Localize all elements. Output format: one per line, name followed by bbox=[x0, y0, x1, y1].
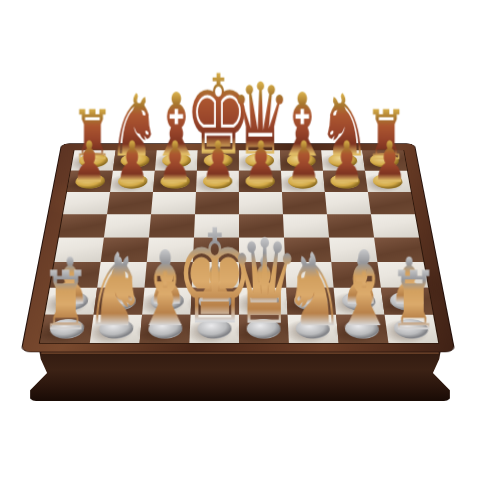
square-d7[interactable]: ♟ bbox=[196, 171, 239, 192]
square-g6[interactable] bbox=[325, 192, 371, 214]
square-c7[interactable]: ♟ bbox=[153, 171, 197, 192]
piece-white-bishop-g1[interactable]: ♝ bbox=[332, 238, 395, 342]
piece-white-rook-a1[interactable]: ♜ bbox=[40, 260, 90, 342]
square-g7[interactable]: ♟ bbox=[323, 171, 368, 192]
chess-set-photo: ♜♞♝♚♛♝♞♜♟♟♟♟♟♟♟♟♟♟♟♟♟♟♟♟♜♞♝♚♛♞♝♜ bbox=[0, 0, 480, 480]
piece-black-pawn-d7[interactable]: ♟ bbox=[200, 134, 235, 191]
square-f7[interactable]: ♟ bbox=[281, 171, 325, 192]
piece-black-pawn-b7[interactable]: ♟ bbox=[114, 134, 149, 191]
piece-black-pawn-c7[interactable]: ♟ bbox=[157, 134, 192, 191]
chess-box-base bbox=[28, 347, 452, 401]
square-b6[interactable] bbox=[107, 192, 153, 214]
square-g1[interactable]: ♝ bbox=[336, 315, 388, 343]
piece-black-pawn-g7[interactable]: ♟ bbox=[329, 134, 364, 191]
square-e1[interactable]: ♛ bbox=[239, 315, 289, 343]
square-h1[interactable]: ♜ bbox=[385, 315, 439, 343]
piece-black-pawn-h7[interactable]: ♟ bbox=[372, 134, 407, 191]
board-grid: ♜♞♝♚♛♝♞♜♟♟♟♟♟♟♟♟♟♟♟♟♟♟♟♟♜♞♝♚♛♞♝♜ bbox=[40, 150, 438, 343]
piece-black-pawn-a7[interactable]: ♟ bbox=[71, 134, 106, 191]
square-a7[interactable]: ♟ bbox=[67, 171, 113, 192]
piece-black-pawn-e7[interactable]: ♟ bbox=[243, 134, 278, 191]
square-f6[interactable] bbox=[282, 192, 327, 214]
square-h6[interactable] bbox=[368, 192, 415, 214]
chess-board: ♜♞♝♚♛♝♞♜♟♟♟♟♟♟♟♟♟♟♟♟♟♟♟♟♜♞♝♚♛♞♝♜ bbox=[21, 143, 456, 352]
square-f1[interactable]: ♞ bbox=[288, 315, 339, 343]
square-h7[interactable]: ♟ bbox=[365, 171, 411, 192]
piece-black-pawn-f7[interactable]: ♟ bbox=[286, 134, 321, 191]
square-a6[interactable] bbox=[63, 192, 110, 214]
square-b7[interactable]: ♟ bbox=[110, 171, 155, 192]
square-e7[interactable]: ♟ bbox=[239, 171, 282, 192]
piece-white-rook-h1[interactable]: ♜ bbox=[388, 260, 438, 342]
